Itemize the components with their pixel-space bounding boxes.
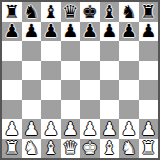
square-b6[interactable] xyxy=(22,41,42,61)
square-g7[interactable]: ♟ xyxy=(119,22,139,42)
square-d8[interactable]: ♛ xyxy=(61,2,81,22)
square-f4[interactable] xyxy=(100,80,120,100)
square-b2[interactable]: ♟ xyxy=(22,119,42,139)
piece-black-knight[interactable]: ♞ xyxy=(23,3,39,21)
square-b4[interactable] xyxy=(22,80,42,100)
square-c7[interactable]: ♟ xyxy=(41,22,61,42)
piece-black-pawn[interactable]: ♟ xyxy=(43,22,59,40)
piece-white-pawn[interactable]: ♟ xyxy=(4,120,20,138)
piece-black-queen[interactable]: ♛ xyxy=(62,3,78,21)
square-e2[interactable]: ♟ xyxy=(80,119,100,139)
square-a6[interactable] xyxy=(2,41,22,61)
piece-white-pawn[interactable]: ♟ xyxy=(62,120,78,138)
piece-black-pawn[interactable]: ♟ xyxy=(101,22,117,40)
square-a5[interactable] xyxy=(2,61,22,81)
square-h2[interactable]: ♟ xyxy=(139,119,159,139)
piece-black-pawn[interactable]: ♟ xyxy=(121,22,137,40)
square-f1[interactable]: ♝ xyxy=(100,139,120,159)
square-f2[interactable]: ♟ xyxy=(100,119,120,139)
square-e7[interactable]: ♟ xyxy=(80,22,100,42)
piece-white-bishop[interactable]: ♝ xyxy=(43,139,59,157)
square-f3[interactable] xyxy=(100,100,120,120)
square-c5[interactable] xyxy=(41,61,61,81)
square-e6[interactable] xyxy=(80,41,100,61)
piece-white-bishop[interactable]: ♝ xyxy=(101,139,117,157)
piece-black-pawn[interactable]: ♟ xyxy=(62,22,78,40)
square-a1[interactable]: ♜ xyxy=(2,139,22,159)
square-h4[interactable] xyxy=(139,80,159,100)
square-d1[interactable]: ♛ xyxy=(61,139,81,159)
piece-black-rook[interactable]: ♜ xyxy=(140,3,156,21)
square-h6[interactable] xyxy=(139,41,159,61)
square-e3[interactable] xyxy=(80,100,100,120)
square-c8[interactable]: ♝ xyxy=(41,2,61,22)
square-d7[interactable]: ♟ xyxy=(61,22,81,42)
piece-white-pawn[interactable]: ♟ xyxy=(43,120,59,138)
square-h3[interactable] xyxy=(139,100,159,120)
square-a7[interactable]: ♟ xyxy=(2,22,22,42)
square-d3[interactable] xyxy=(61,100,81,120)
square-h5[interactable] xyxy=(139,61,159,81)
square-h1[interactable]: ♜ xyxy=(139,139,159,159)
square-f8[interactable]: ♝ xyxy=(100,2,120,22)
piece-black-knight[interactable]: ♞ xyxy=(121,3,137,21)
piece-white-knight[interactable]: ♞ xyxy=(23,139,39,157)
piece-white-pawn[interactable]: ♟ xyxy=(82,120,98,138)
square-d5[interactable] xyxy=(61,61,81,81)
piece-black-pawn[interactable]: ♟ xyxy=(82,22,98,40)
square-g6[interactable] xyxy=(119,41,139,61)
piece-white-pawn[interactable]: ♟ xyxy=(101,120,117,138)
piece-white-king[interactable]: ♚ xyxy=(82,139,98,157)
square-g3[interactable] xyxy=(119,100,139,120)
square-a4[interactable] xyxy=(2,80,22,100)
square-f6[interactable] xyxy=(100,41,120,61)
piece-black-bishop[interactable]: ♝ xyxy=(43,3,59,21)
chess-board: ♜♞♝♛♚♝♞♜♟♟♟♟♟♟♟♟♟♟♟♟♟♟♟♟♜♞♝♛♚♝♞♜ xyxy=(0,0,160,160)
square-c1[interactable]: ♝ xyxy=(41,139,61,159)
square-c3[interactable] xyxy=(41,100,61,120)
square-e5[interactable] xyxy=(80,61,100,81)
square-a8[interactable]: ♜ xyxy=(2,2,22,22)
square-f7[interactable]: ♟ xyxy=(100,22,120,42)
piece-white-rook[interactable]: ♜ xyxy=(4,139,20,157)
square-a2[interactable]: ♟ xyxy=(2,119,22,139)
square-b7[interactable]: ♟ xyxy=(22,22,42,42)
piece-black-pawn[interactable]: ♟ xyxy=(23,22,39,40)
square-b1[interactable]: ♞ xyxy=(22,139,42,159)
square-d4[interactable] xyxy=(61,80,81,100)
square-d2[interactable]: ♟ xyxy=(61,119,81,139)
piece-white-queen[interactable]: ♛ xyxy=(62,139,78,157)
square-g8[interactable]: ♞ xyxy=(119,2,139,22)
square-e1[interactable]: ♚ xyxy=(80,139,100,159)
piece-black-rook[interactable]: ♜ xyxy=(4,3,20,21)
piece-black-king[interactable]: ♚ xyxy=(82,3,98,21)
square-g4[interactable] xyxy=(119,80,139,100)
square-g2[interactable]: ♟ xyxy=(119,119,139,139)
piece-black-pawn[interactable]: ♟ xyxy=(4,22,20,40)
square-b5[interactable] xyxy=(22,61,42,81)
piece-white-knight[interactable]: ♞ xyxy=(121,139,137,157)
piece-white-pawn[interactable]: ♟ xyxy=(121,120,137,138)
piece-white-pawn[interactable]: ♟ xyxy=(23,120,39,138)
square-b8[interactable]: ♞ xyxy=(22,2,42,22)
piece-white-pawn[interactable]: ♟ xyxy=(140,120,156,138)
piece-white-rook[interactable]: ♜ xyxy=(140,139,156,157)
square-d6[interactable] xyxy=(61,41,81,61)
square-h7[interactable]: ♟ xyxy=(139,22,159,42)
square-g1[interactable]: ♞ xyxy=(119,139,139,159)
square-e4[interactable] xyxy=(80,80,100,100)
square-c4[interactable] xyxy=(41,80,61,100)
piece-black-pawn[interactable]: ♟ xyxy=(140,22,156,40)
square-a3[interactable] xyxy=(2,100,22,120)
square-f5[interactable] xyxy=(100,61,120,81)
square-h8[interactable]: ♜ xyxy=(139,2,159,22)
square-e8[interactable]: ♚ xyxy=(80,2,100,22)
square-b3[interactable] xyxy=(22,100,42,120)
square-c2[interactable]: ♟ xyxy=(41,119,61,139)
square-g5[interactable] xyxy=(119,61,139,81)
piece-black-bishop[interactable]: ♝ xyxy=(101,3,117,21)
square-c6[interactable] xyxy=(41,41,61,61)
